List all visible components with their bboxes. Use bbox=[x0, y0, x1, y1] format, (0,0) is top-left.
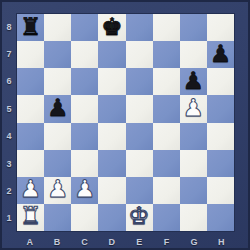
chess-board-frame: ♜♚♟♟♟♟♟♟♟♜♚ 87654321 ABCDEFGH bbox=[0, 0, 250, 250]
square-g1[interactable] bbox=[180, 204, 207, 231]
square-a3[interactable] bbox=[17, 150, 44, 177]
square-h4[interactable] bbox=[207, 123, 234, 150]
square-c8[interactable] bbox=[71, 14, 98, 41]
rank-label-3: 3 bbox=[2, 150, 16, 177]
black-pawn[interactable]: ♟ bbox=[210, 42, 232, 66]
square-h1[interactable] bbox=[207, 204, 234, 231]
square-a5[interactable] bbox=[17, 95, 44, 122]
rank-label-4: 4 bbox=[2, 123, 16, 150]
rank-label-7: 7 bbox=[2, 40, 16, 67]
square-f4[interactable] bbox=[153, 123, 180, 150]
file-label-b: B bbox=[43, 233, 70, 250]
square-f7[interactable] bbox=[153, 41, 180, 68]
square-h6[interactable] bbox=[207, 68, 234, 95]
square-d6[interactable] bbox=[98, 68, 125, 95]
rank-label-2: 2 bbox=[2, 177, 16, 204]
rank-label-6: 6 bbox=[2, 68, 16, 95]
white-pawn[interactable]: ♟ bbox=[47, 177, 69, 201]
square-b6[interactable] bbox=[44, 68, 71, 95]
square-f2[interactable] bbox=[153, 177, 180, 204]
square-g4[interactable] bbox=[180, 123, 207, 150]
square-e4[interactable] bbox=[126, 123, 153, 150]
square-d8[interactable]: ♚ bbox=[98, 14, 125, 41]
file-label-f: F bbox=[153, 233, 180, 250]
square-f6[interactable] bbox=[153, 68, 180, 95]
square-g5[interactable]: ♟ bbox=[180, 95, 207, 122]
square-d7[interactable] bbox=[98, 41, 125, 68]
file-label-c: C bbox=[71, 233, 98, 250]
black-king[interactable]: ♚ bbox=[101, 15, 123, 39]
white-pawn[interactable]: ♟ bbox=[20, 177, 42, 201]
square-a7[interactable] bbox=[17, 41, 44, 68]
square-h3[interactable] bbox=[207, 150, 234, 177]
square-b8[interactable] bbox=[44, 14, 71, 41]
white-king[interactable]: ♚ bbox=[128, 204, 150, 228]
white-pawn[interactable]: ♟ bbox=[74, 177, 96, 201]
square-c5[interactable] bbox=[71, 95, 98, 122]
square-a2[interactable]: ♟ bbox=[17, 177, 44, 204]
rank-label-8: 8 bbox=[2, 13, 16, 40]
square-h8[interactable] bbox=[207, 14, 234, 41]
square-b3[interactable] bbox=[44, 150, 71, 177]
square-f1[interactable] bbox=[153, 204, 180, 231]
rank-label-1: 1 bbox=[2, 205, 16, 232]
square-g3[interactable] bbox=[180, 150, 207, 177]
square-e8[interactable] bbox=[126, 14, 153, 41]
square-e6[interactable] bbox=[126, 68, 153, 95]
square-c1[interactable] bbox=[71, 204, 98, 231]
square-h2[interactable] bbox=[207, 177, 234, 204]
square-g6[interactable]: ♟ bbox=[180, 68, 207, 95]
square-b4[interactable] bbox=[44, 123, 71, 150]
square-b1[interactable] bbox=[44, 204, 71, 231]
square-c2[interactable]: ♟ bbox=[71, 177, 98, 204]
square-c7[interactable] bbox=[71, 41, 98, 68]
square-d4[interactable] bbox=[98, 123, 125, 150]
chess-board: ♜♚♟♟♟♟♟♟♟♜♚ bbox=[16, 13, 235, 232]
square-a4[interactable] bbox=[17, 123, 44, 150]
black-pawn[interactable]: ♟ bbox=[183, 69, 205, 93]
square-e3[interactable] bbox=[126, 150, 153, 177]
square-h7[interactable]: ♟ bbox=[207, 41, 234, 68]
square-e7[interactable] bbox=[126, 41, 153, 68]
square-c4[interactable] bbox=[71, 123, 98, 150]
square-a6[interactable] bbox=[17, 68, 44, 95]
square-c3[interactable] bbox=[71, 150, 98, 177]
square-d5[interactable] bbox=[98, 95, 125, 122]
square-f8[interactable] bbox=[153, 14, 180, 41]
square-f3[interactable] bbox=[153, 150, 180, 177]
square-d3[interactable] bbox=[98, 150, 125, 177]
square-b7[interactable] bbox=[44, 41, 71, 68]
square-a8[interactable]: ♜ bbox=[17, 14, 44, 41]
square-b2[interactable]: ♟ bbox=[44, 177, 71, 204]
square-d2[interactable] bbox=[98, 177, 125, 204]
square-c6[interactable] bbox=[71, 68, 98, 95]
square-e5[interactable] bbox=[126, 95, 153, 122]
file-label-g: G bbox=[180, 233, 207, 250]
square-g7[interactable] bbox=[180, 41, 207, 68]
black-rook[interactable]: ♜ bbox=[20, 15, 42, 39]
white-pawn[interactable]: ♟ bbox=[183, 96, 205, 120]
white-rook[interactable]: ♜ bbox=[20, 204, 42, 228]
file-label-e: E bbox=[126, 233, 153, 250]
file-label-d: D bbox=[98, 233, 125, 250]
square-d1[interactable] bbox=[98, 204, 125, 231]
square-a1[interactable]: ♜ bbox=[17, 204, 44, 231]
square-e1[interactable]: ♚ bbox=[126, 204, 153, 231]
square-g8[interactable] bbox=[180, 14, 207, 41]
square-f5[interactable] bbox=[153, 95, 180, 122]
square-g2[interactable] bbox=[180, 177, 207, 204]
square-b5[interactable]: ♟ bbox=[44, 95, 71, 122]
square-h5[interactable] bbox=[207, 95, 234, 122]
file-label-h: H bbox=[208, 233, 235, 250]
square-e2[interactable] bbox=[126, 177, 153, 204]
black-pawn[interactable]: ♟ bbox=[47, 96, 69, 120]
file-label-a: A bbox=[16, 233, 43, 250]
rank-label-5: 5 bbox=[2, 95, 16, 122]
